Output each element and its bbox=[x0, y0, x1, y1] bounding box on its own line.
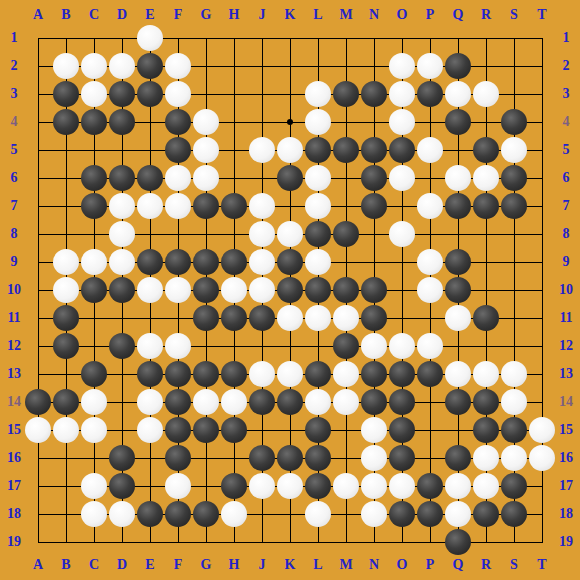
col-label-top-B: B bbox=[56, 8, 76, 22]
black-stone-L8 bbox=[305, 221, 331, 247]
black-stone-D16 bbox=[109, 445, 135, 471]
col-label-bottom-O: O bbox=[392, 558, 412, 572]
row-label-left-16: 16 bbox=[2, 451, 26, 465]
black-stone-S18 bbox=[501, 501, 527, 527]
row-label-left-14: 14 bbox=[2, 395, 26, 409]
col-label-bottom-F: F bbox=[168, 558, 188, 572]
white-stone-B10 bbox=[53, 277, 79, 303]
black-stone-Q9 bbox=[445, 249, 471, 275]
black-stone-G13 bbox=[193, 361, 219, 387]
col-label-top-J: J bbox=[252, 8, 272, 22]
col-label-top-H: H bbox=[224, 8, 244, 22]
black-stone-K14 bbox=[277, 389, 303, 415]
black-stone-H9 bbox=[221, 249, 247, 275]
black-stone-N10 bbox=[361, 277, 387, 303]
col-label-top-L: L bbox=[308, 8, 328, 22]
row-label-right-5: 5 bbox=[554, 143, 578, 157]
row-label-right-4: 4 bbox=[554, 115, 578, 129]
row-label-right-9: 9 bbox=[554, 255, 578, 269]
black-stone-R7 bbox=[473, 193, 499, 219]
black-stone-L5 bbox=[305, 137, 331, 163]
black-stone-K6 bbox=[277, 165, 303, 191]
row-label-right-7: 7 bbox=[554, 199, 578, 213]
black-stone-F14 bbox=[165, 389, 191, 415]
white-stone-Q11 bbox=[445, 305, 471, 331]
white-stone-J7 bbox=[249, 193, 275, 219]
black-stone-M8 bbox=[333, 221, 359, 247]
row-label-left-8: 8 bbox=[2, 227, 26, 241]
black-stone-P13 bbox=[417, 361, 443, 387]
col-label-top-A: A bbox=[28, 8, 48, 22]
white-stone-K11 bbox=[277, 305, 303, 331]
white-stone-M13 bbox=[333, 361, 359, 387]
black-stone-N11 bbox=[361, 305, 387, 331]
white-stone-N18 bbox=[361, 501, 387, 527]
col-label-bottom-S: S bbox=[504, 558, 524, 572]
white-stone-O3 bbox=[389, 81, 415, 107]
black-stone-O15 bbox=[389, 417, 415, 443]
row-label-right-1: 1 bbox=[554, 31, 578, 45]
white-stone-C3 bbox=[81, 81, 107, 107]
black-stone-E6 bbox=[137, 165, 163, 191]
white-stone-E10 bbox=[137, 277, 163, 303]
white-stone-F2 bbox=[165, 53, 191, 79]
black-stone-D3 bbox=[109, 81, 135, 107]
col-label-bottom-J: J bbox=[252, 558, 272, 572]
black-stone-R15 bbox=[473, 417, 499, 443]
col-label-top-D: D bbox=[112, 8, 132, 22]
row-label-left-19: 19 bbox=[2, 535, 26, 549]
row-label-left-5: 5 bbox=[2, 143, 26, 157]
black-stone-G18 bbox=[193, 501, 219, 527]
col-label-top-M: M bbox=[336, 8, 356, 22]
black-stone-H7 bbox=[221, 193, 247, 219]
black-stone-D17 bbox=[109, 473, 135, 499]
col-label-top-N: N bbox=[364, 8, 384, 22]
white-stone-C15 bbox=[81, 417, 107, 443]
white-stone-O12 bbox=[389, 333, 415, 359]
black-stone-R14 bbox=[473, 389, 499, 415]
white-stone-R13 bbox=[473, 361, 499, 387]
black-stone-A14 bbox=[25, 389, 51, 415]
black-stone-N5 bbox=[361, 137, 387, 163]
white-stone-M17 bbox=[333, 473, 359, 499]
col-label-bottom-D: D bbox=[112, 558, 132, 572]
black-stone-R11 bbox=[473, 305, 499, 331]
white-stone-O17 bbox=[389, 473, 415, 499]
col-label-top-P: P bbox=[420, 8, 440, 22]
row-label-left-3: 3 bbox=[2, 87, 26, 101]
col-label-top-G: G bbox=[196, 8, 216, 22]
row-label-right-12: 12 bbox=[554, 339, 578, 353]
black-stone-C4 bbox=[81, 109, 107, 135]
white-stone-C18 bbox=[81, 501, 107, 527]
white-stone-L9 bbox=[305, 249, 331, 275]
white-stone-B2 bbox=[53, 53, 79, 79]
white-stone-C14 bbox=[81, 389, 107, 415]
black-stone-L17 bbox=[305, 473, 331, 499]
row-label-left-7: 7 bbox=[2, 199, 26, 213]
black-stone-G10 bbox=[193, 277, 219, 303]
white-stone-J10 bbox=[249, 277, 275, 303]
black-stone-M5 bbox=[333, 137, 359, 163]
white-stone-P2 bbox=[417, 53, 443, 79]
col-label-bottom-R: R bbox=[476, 558, 496, 572]
white-stone-P7 bbox=[417, 193, 443, 219]
black-stone-B11 bbox=[53, 305, 79, 331]
black-stone-B12 bbox=[53, 333, 79, 359]
row-label-right-3: 3 bbox=[554, 87, 578, 101]
white-stone-M14 bbox=[333, 389, 359, 415]
black-stone-E9 bbox=[137, 249, 163, 275]
black-stone-P18 bbox=[417, 501, 443, 527]
col-label-bottom-H: H bbox=[224, 558, 244, 572]
white-stone-F10 bbox=[165, 277, 191, 303]
black-stone-C13 bbox=[81, 361, 107, 387]
white-stone-F3 bbox=[165, 81, 191, 107]
go-board-screen: AABBCCDDEEFFGGHHJJKKLLMMNNOOPPQQRRSSTT11… bbox=[0, 0, 580, 580]
black-stone-O5 bbox=[389, 137, 415, 163]
white-stone-D9 bbox=[109, 249, 135, 275]
white-stone-D2 bbox=[109, 53, 135, 79]
black-stone-G7 bbox=[193, 193, 219, 219]
col-label-bottom-E: E bbox=[140, 558, 160, 572]
white-stone-F7 bbox=[165, 193, 191, 219]
white-stone-P10 bbox=[417, 277, 443, 303]
white-stone-O8 bbox=[389, 221, 415, 247]
black-stone-P17 bbox=[417, 473, 443, 499]
white-stone-Q17 bbox=[445, 473, 471, 499]
black-stone-L15 bbox=[305, 417, 331, 443]
row-label-right-8: 8 bbox=[554, 227, 578, 241]
white-stone-J13 bbox=[249, 361, 275, 387]
white-stone-C9 bbox=[81, 249, 107, 275]
white-stone-K5 bbox=[277, 137, 303, 163]
white-stone-Q13 bbox=[445, 361, 471, 387]
col-label-top-T: T bbox=[532, 8, 552, 22]
white-stone-Q3 bbox=[445, 81, 471, 107]
white-stone-K17 bbox=[277, 473, 303, 499]
row-label-right-14: 14 bbox=[554, 395, 578, 409]
black-stone-L13 bbox=[305, 361, 331, 387]
row-label-right-16: 16 bbox=[554, 451, 578, 465]
white-stone-P5 bbox=[417, 137, 443, 163]
black-stone-D4 bbox=[109, 109, 135, 135]
black-stone-D10 bbox=[109, 277, 135, 303]
black-stone-Q16 bbox=[445, 445, 471, 471]
black-stone-Q10 bbox=[445, 277, 471, 303]
row-label-left-13: 13 bbox=[2, 367, 26, 381]
black-stone-O14 bbox=[389, 389, 415, 415]
white-stone-G4 bbox=[193, 109, 219, 135]
black-stone-J11 bbox=[249, 305, 275, 331]
col-label-bottom-M: M bbox=[336, 558, 356, 572]
black-stone-D12 bbox=[109, 333, 135, 359]
black-stone-N6 bbox=[361, 165, 387, 191]
white-stone-D18 bbox=[109, 501, 135, 527]
black-stone-H15 bbox=[221, 417, 247, 443]
black-stone-S6 bbox=[501, 165, 527, 191]
white-stone-K13 bbox=[277, 361, 303, 387]
white-stone-L14 bbox=[305, 389, 331, 415]
col-label-bottom-P: P bbox=[420, 558, 440, 572]
white-stone-B15 bbox=[53, 417, 79, 443]
white-stone-R6 bbox=[473, 165, 499, 191]
white-stone-J5 bbox=[249, 137, 275, 163]
white-stone-E15 bbox=[137, 417, 163, 443]
row-label-left-6: 6 bbox=[2, 171, 26, 185]
white-stone-E12 bbox=[137, 333, 163, 359]
black-stone-C10 bbox=[81, 277, 107, 303]
white-stone-H18 bbox=[221, 501, 247, 527]
black-stone-F18 bbox=[165, 501, 191, 527]
star-point-K4 bbox=[287, 119, 293, 125]
col-label-bottom-N: N bbox=[364, 558, 384, 572]
row-label-left-2: 2 bbox=[2, 59, 26, 73]
row-label-right-10: 10 bbox=[554, 283, 578, 297]
white-stone-J8 bbox=[249, 221, 275, 247]
row-label-left-17: 17 bbox=[2, 479, 26, 493]
black-stone-K9 bbox=[277, 249, 303, 275]
white-stone-N12 bbox=[361, 333, 387, 359]
row-label-right-6: 6 bbox=[554, 171, 578, 185]
white-stone-R3 bbox=[473, 81, 499, 107]
col-label-bottom-K: K bbox=[280, 558, 300, 572]
white-stone-B9 bbox=[53, 249, 79, 275]
black-stone-B4 bbox=[53, 109, 79, 135]
col-label-top-F: F bbox=[168, 8, 188, 22]
white-stone-A15 bbox=[25, 417, 51, 443]
white-stone-G5 bbox=[193, 137, 219, 163]
black-stone-H17 bbox=[221, 473, 247, 499]
white-stone-E7 bbox=[137, 193, 163, 219]
white-stone-F17 bbox=[165, 473, 191, 499]
white-stone-J17 bbox=[249, 473, 275, 499]
black-stone-L16 bbox=[305, 445, 331, 471]
row-label-left-12: 12 bbox=[2, 339, 26, 353]
white-stone-O2 bbox=[389, 53, 415, 79]
row-label-left-1: 1 bbox=[2, 31, 26, 45]
black-stone-G9 bbox=[193, 249, 219, 275]
black-stone-G11 bbox=[193, 305, 219, 331]
black-stone-F4 bbox=[165, 109, 191, 135]
col-label-bottom-C: C bbox=[84, 558, 104, 572]
white-stone-L4 bbox=[305, 109, 331, 135]
row-label-right-17: 17 bbox=[554, 479, 578, 493]
col-label-top-K: K bbox=[280, 8, 300, 22]
white-stone-P9 bbox=[417, 249, 443, 275]
black-stone-Q2 bbox=[445, 53, 471, 79]
col-label-top-C: C bbox=[84, 8, 104, 22]
white-stone-D8 bbox=[109, 221, 135, 247]
white-stone-J9 bbox=[249, 249, 275, 275]
white-stone-S13 bbox=[501, 361, 527, 387]
white-stone-C17 bbox=[81, 473, 107, 499]
row-label-right-19: 19 bbox=[554, 535, 578, 549]
black-stone-G15 bbox=[193, 417, 219, 443]
col-label-top-R: R bbox=[476, 8, 496, 22]
black-stone-S7 bbox=[501, 193, 527, 219]
row-label-right-13: 13 bbox=[554, 367, 578, 381]
white-stone-H14 bbox=[221, 389, 247, 415]
white-stone-N15 bbox=[361, 417, 387, 443]
col-label-bottom-G: G bbox=[196, 558, 216, 572]
row-label-left-15: 15 bbox=[2, 423, 26, 437]
col-label-top-S: S bbox=[504, 8, 524, 22]
black-stone-O13 bbox=[389, 361, 415, 387]
white-stone-N16 bbox=[361, 445, 387, 471]
black-stone-N13 bbox=[361, 361, 387, 387]
black-stone-C7 bbox=[81, 193, 107, 219]
black-stone-S17 bbox=[501, 473, 527, 499]
white-stone-Q18 bbox=[445, 501, 471, 527]
black-stone-F16 bbox=[165, 445, 191, 471]
black-stone-F15 bbox=[165, 417, 191, 443]
white-stone-L11 bbox=[305, 305, 331, 331]
black-stone-H11 bbox=[221, 305, 247, 331]
black-stone-P3 bbox=[417, 81, 443, 107]
black-stone-O18 bbox=[389, 501, 415, 527]
row-label-right-18: 18 bbox=[554, 507, 578, 521]
black-stone-H13 bbox=[221, 361, 247, 387]
black-stone-S15 bbox=[501, 417, 527, 443]
white-stone-R17 bbox=[473, 473, 499, 499]
row-label-right-11: 11 bbox=[554, 311, 578, 325]
black-stone-F13 bbox=[165, 361, 191, 387]
white-stone-F12 bbox=[165, 333, 191, 359]
row-label-left-10: 10 bbox=[2, 283, 26, 297]
black-stone-F5 bbox=[165, 137, 191, 163]
white-stone-O6 bbox=[389, 165, 415, 191]
black-stone-J14 bbox=[249, 389, 275, 415]
white-stone-E1 bbox=[137, 25, 163, 51]
black-stone-E3 bbox=[137, 81, 163, 107]
white-stone-K8 bbox=[277, 221, 303, 247]
row-label-right-15: 15 bbox=[554, 423, 578, 437]
white-stone-O4 bbox=[389, 109, 415, 135]
white-stone-L7 bbox=[305, 193, 331, 219]
black-stone-J16 bbox=[249, 445, 275, 471]
black-stone-M10 bbox=[333, 277, 359, 303]
row-label-left-4: 4 bbox=[2, 115, 26, 129]
black-stone-K10 bbox=[277, 277, 303, 303]
col-label-bottom-Q: Q bbox=[448, 558, 468, 572]
col-label-top-O: O bbox=[392, 8, 412, 22]
row-label-right-2: 2 bbox=[554, 59, 578, 73]
col-label-bottom-L: L bbox=[308, 558, 328, 572]
white-stone-L6 bbox=[305, 165, 331, 191]
black-stone-N14 bbox=[361, 389, 387, 415]
white-stone-S14 bbox=[501, 389, 527, 415]
white-stone-L18 bbox=[305, 501, 331, 527]
black-stone-B14 bbox=[53, 389, 79, 415]
black-stone-R5 bbox=[473, 137, 499, 163]
black-stone-F9 bbox=[165, 249, 191, 275]
black-stone-M3 bbox=[333, 81, 359, 107]
white-stone-M11 bbox=[333, 305, 359, 331]
black-stone-N7 bbox=[361, 193, 387, 219]
col-label-top-E: E bbox=[140, 8, 160, 22]
white-stone-G14 bbox=[193, 389, 219, 415]
white-stone-L3 bbox=[305, 81, 331, 107]
white-stone-F6 bbox=[165, 165, 191, 191]
white-stone-T16 bbox=[529, 445, 555, 471]
row-label-left-11: 11 bbox=[2, 311, 26, 325]
black-stone-Q19 bbox=[445, 529, 471, 555]
white-stone-Q6 bbox=[445, 165, 471, 191]
black-stone-D6 bbox=[109, 165, 135, 191]
black-stone-Q4 bbox=[445, 109, 471, 135]
col-label-top-Q: Q bbox=[448, 8, 468, 22]
white-stone-G6 bbox=[193, 165, 219, 191]
white-stone-C2 bbox=[81, 53, 107, 79]
black-stone-M12 bbox=[333, 333, 359, 359]
white-stone-H10 bbox=[221, 277, 247, 303]
white-stone-S5 bbox=[501, 137, 527, 163]
black-stone-S4 bbox=[501, 109, 527, 135]
white-stone-D7 bbox=[109, 193, 135, 219]
white-stone-T15 bbox=[529, 417, 555, 443]
white-stone-P12 bbox=[417, 333, 443, 359]
black-stone-E2 bbox=[137, 53, 163, 79]
row-label-left-9: 9 bbox=[2, 255, 26, 269]
black-stone-Q14 bbox=[445, 389, 471, 415]
black-stone-L10 bbox=[305, 277, 331, 303]
black-stone-E18 bbox=[137, 501, 163, 527]
col-label-bottom-T: T bbox=[532, 558, 552, 572]
black-stone-B3 bbox=[53, 81, 79, 107]
black-stone-Q7 bbox=[445, 193, 471, 219]
white-stone-E14 bbox=[137, 389, 163, 415]
black-stone-E13 bbox=[137, 361, 163, 387]
black-stone-R18 bbox=[473, 501, 499, 527]
black-stone-C6 bbox=[81, 165, 107, 191]
col-label-bottom-A: A bbox=[28, 558, 48, 572]
white-stone-S16 bbox=[501, 445, 527, 471]
white-stone-R16 bbox=[473, 445, 499, 471]
black-stone-O16 bbox=[389, 445, 415, 471]
black-stone-K16 bbox=[277, 445, 303, 471]
white-stone-N17 bbox=[361, 473, 387, 499]
row-label-left-18: 18 bbox=[2, 507, 26, 521]
col-label-bottom-B: B bbox=[56, 558, 76, 572]
black-stone-N3 bbox=[361, 81, 387, 107]
